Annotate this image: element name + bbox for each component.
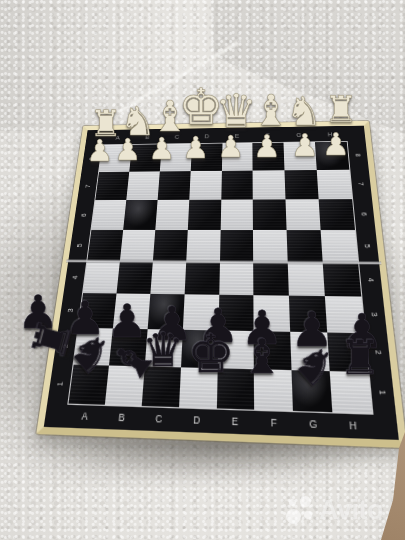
square-d1 bbox=[179, 367, 218, 408]
square-e6 bbox=[220, 199, 253, 229]
coord-label-5: 5 bbox=[63, 237, 97, 252]
listing-photo: ABCDEFGH ABCDEFGH 87654321 87654321 ♜♞♝♚… bbox=[0, 0, 405, 540]
coord-label-c: C bbox=[162, 130, 193, 143]
square-e4 bbox=[219, 262, 254, 296]
file-labels-top: ABCDEFGH bbox=[103, 128, 347, 144]
square-d6 bbox=[187, 199, 220, 229]
square-c7 bbox=[157, 171, 190, 200]
square-b4 bbox=[116, 261, 152, 294]
coord-label-3: 3 bbox=[53, 302, 89, 319]
coord-label-7: 7 bbox=[72, 179, 104, 192]
square-e2 bbox=[217, 331, 254, 370]
square-e8 bbox=[221, 143, 252, 171]
square-e1 bbox=[216, 368, 254, 409]
coord-label-6: 6 bbox=[68, 208, 101, 222]
coord-label-h: H bbox=[333, 415, 375, 437]
coord-label-8: 8 bbox=[76, 152, 107, 165]
square-d3 bbox=[182, 295, 218, 331]
square-f5 bbox=[253, 230, 288, 262]
square-d7 bbox=[189, 171, 222, 200]
coord-label-a: A bbox=[66, 406, 105, 427]
coord-label-8: 8 bbox=[341, 149, 375, 163]
avito-watermark: Avito bbox=[286, 495, 383, 526]
coord-label-f: F bbox=[255, 412, 294, 433]
coord-label-7: 7 bbox=[343, 177, 378, 191]
coord-label-1: 1 bbox=[361, 383, 403, 404]
chess-board: ABCDEFGH ABCDEFGH 87654321 87654321 bbox=[58, 100, 381, 423]
square-f4 bbox=[254, 262, 290, 296]
board-squares bbox=[68, 142, 372, 414]
square-b3 bbox=[113, 294, 150, 330]
board-plane: ABCDEFGH ABCDEFGH 87654321 87654321 bbox=[36, 121, 405, 448]
square-g2 bbox=[290, 332, 329, 371]
square-f1 bbox=[254, 369, 293, 411]
square-c2 bbox=[144, 329, 182, 367]
square-g3 bbox=[289, 296, 327, 333]
coord-label-b: B bbox=[132, 131, 163, 144]
square-f2 bbox=[254, 331, 292, 370]
square-g8 bbox=[284, 142, 317, 170]
square-d4 bbox=[184, 261, 219, 295]
square-e3 bbox=[218, 295, 254, 331]
coord-label-3: 3 bbox=[355, 306, 394, 324]
square-g5 bbox=[287, 230, 323, 262]
square-b2 bbox=[109, 329, 148, 367]
coord-label-g: G bbox=[293, 413, 334, 435]
square-b7 bbox=[126, 171, 159, 200]
square-f6 bbox=[253, 199, 287, 230]
square-c5 bbox=[153, 230, 188, 262]
square-f8 bbox=[253, 143, 285, 171]
square-e5 bbox=[220, 230, 254, 262]
coord-label-e: E bbox=[222, 129, 253, 142]
square-g1 bbox=[292, 370, 333, 412]
coord-label-1: 1 bbox=[42, 374, 80, 393]
coord-label-f: F bbox=[253, 129, 284, 142]
square-f3 bbox=[254, 296, 291, 333]
coord-label-g: G bbox=[283, 128, 315, 141]
square-b6 bbox=[123, 200, 157, 230]
coord-label-c: C bbox=[140, 408, 179, 429]
square-d5 bbox=[186, 230, 220, 262]
coord-label-e: E bbox=[216, 411, 255, 432]
coord-label-2: 2 bbox=[47, 337, 84, 355]
coord-label-5: 5 bbox=[349, 238, 386, 254]
square-b1 bbox=[105, 366, 145, 406]
square-c8 bbox=[160, 144, 192, 171]
avito-logo-icon bbox=[286, 496, 316, 526]
coord-label-d: D bbox=[192, 130, 223, 143]
coord-label-b: B bbox=[102, 407, 141, 428]
square-g6 bbox=[286, 199, 321, 230]
coord-label-h: H bbox=[314, 128, 346, 141]
square-b5 bbox=[120, 230, 155, 262]
coord-label-4: 4 bbox=[352, 271, 390, 288]
coord-label-4: 4 bbox=[58, 269, 93, 285]
coord-label-6: 6 bbox=[346, 207, 382, 222]
square-d8 bbox=[190, 143, 222, 171]
square-c1 bbox=[141, 367, 180, 408]
square-f7 bbox=[253, 170, 286, 199]
square-c3 bbox=[147, 294, 184, 330]
square-e7 bbox=[221, 170, 253, 199]
square-b8 bbox=[129, 144, 162, 171]
square-c6 bbox=[155, 200, 189, 230]
square-c4 bbox=[150, 261, 186, 295]
square-g7 bbox=[285, 170, 319, 199]
coord-label-2: 2 bbox=[358, 343, 398, 362]
square-g4 bbox=[288, 262, 325, 297]
square-d2 bbox=[181, 330, 218, 368]
coord-label-d: D bbox=[178, 410, 217, 431]
watermark-text: Avito bbox=[319, 495, 383, 526]
coord-label-a: A bbox=[103, 131, 134, 144]
